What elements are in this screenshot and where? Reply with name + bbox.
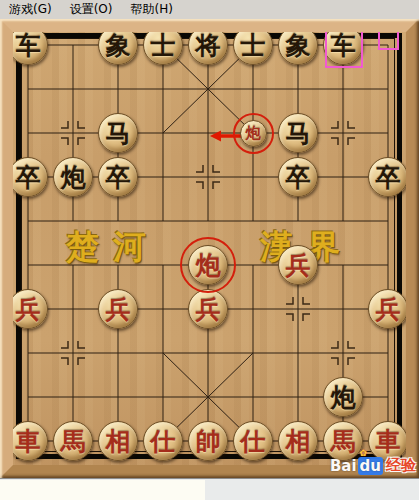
piece-glyph: 帥 (196, 429, 221, 454)
piece-red-仕[interactable]: 仕 (143, 421, 183, 461)
xiangqi-board[interactable]: 楚河 漢界 车象士将士象车马炮马卒炮卒卒卒炮兵兵兵兵兵炮車馬相仕帥仕相馬車 (0, 19, 419, 478)
bottom-strip-left (0, 480, 205, 500)
menu-item-settings[interactable]: 设置(O) (61, 1, 122, 18)
piece-red-帥[interactable]: 帥 (188, 421, 228, 461)
app-window: 游戏(G) 设置(O) 帮助(H) 楚河 漢界 车象士将士象车马炮马卒炮卒卒卒炮… (0, 0, 419, 500)
watermark-baidu-jingyan: Baidu经验 (330, 456, 416, 475)
piece-glyph: 炮 (61, 165, 86, 190)
menu-item-help[interactable]: 帮助(H) (121, 1, 181, 18)
piece-black-炮[interactable]: 炮 (53, 157, 93, 197)
piece-glyph: 将 (196, 33, 221, 58)
piece-glyph: 马 (286, 121, 311, 146)
piece-glyph: 兵 (286, 253, 311, 278)
piece-red-兵[interactable]: 兵 (278, 245, 318, 285)
piece-black-卒[interactable]: 卒 (8, 157, 48, 197)
piece-glyph: 兵 (106, 297, 131, 322)
piece-red-車[interactable]: 車 (8, 421, 48, 461)
piece-glyph: 相 (286, 429, 311, 454)
watermark-bai: Bai (330, 457, 357, 475)
piece-black-卒[interactable]: 卒 (98, 157, 138, 197)
piece-glyph: 卒 (16, 165, 41, 190)
piece-red-炮[interactable]: 炮 (188, 245, 228, 285)
piece-glyph: 仕 (241, 429, 266, 454)
piece-black-车[interactable]: 车 (323, 25, 363, 65)
piece-glyph: 兵 (376, 297, 401, 322)
piece-black-车[interactable]: 车 (8, 25, 48, 65)
piece-red-兵[interactable]: 兵 (8, 289, 48, 329)
piece-glyph: 車 (376, 429, 401, 454)
piece-glyph: 车 (331, 33, 356, 58)
piece-glyph: 車 (16, 429, 41, 454)
piece-black-士[interactable]: 士 (233, 25, 273, 65)
piece-black-象[interactable]: 象 (278, 25, 318, 65)
piece-glyph: 卒 (106, 165, 131, 190)
piece-black-象[interactable]: 象 (98, 25, 138, 65)
piece-glyph: 车 (16, 33, 41, 58)
piece-glyph: 仕 (151, 429, 176, 454)
piece-red-相[interactable]: 相 (98, 421, 138, 461)
piece-glyph: 馬 (61, 429, 86, 454)
piece-red-兵[interactable]: 兵 (98, 289, 138, 329)
piece-red-炮[interactable]: 炮 (240, 120, 267, 147)
bottom-strip (0, 478, 419, 500)
piece-black-卒[interactable]: 卒 (368, 157, 408, 197)
watermark-du: du (358, 457, 383, 475)
piece-black-将[interactable]: 将 (188, 25, 228, 65)
piece-glyph: 象 (286, 33, 311, 58)
piece-red-仕[interactable]: 仕 (233, 421, 273, 461)
piece-glyph: 士 (151, 33, 176, 58)
piece-glyph: 兵 (196, 297, 221, 322)
menubar: 游戏(G) 设置(O) 帮助(H) (0, 0, 419, 20)
piece-glyph: 马 (106, 121, 131, 146)
piece-red-兵[interactable]: 兵 (368, 289, 408, 329)
piece-glyph: 象 (106, 33, 131, 58)
piece-black-马[interactable]: 马 (98, 113, 138, 153)
piece-black-炮[interactable]: 炮 (323, 377, 363, 417)
piece-glyph: 卒 (286, 165, 311, 190)
menu-item-game[interactable]: 游戏(G) (0, 1, 61, 18)
piece-red-相[interactable]: 相 (278, 421, 318, 461)
piece-black-马[interactable]: 马 (278, 113, 318, 153)
piece-glyph: 炮 (196, 253, 221, 278)
river-label-left: 楚河 (66, 225, 160, 270)
piece-red-車[interactable]: 車 (368, 421, 408, 461)
piece-black-士[interactable]: 士 (143, 25, 183, 65)
piece-glyph: 卒 (376, 165, 401, 190)
piece-glyph: 馬 (331, 429, 356, 454)
piece-glyph: 炮 (331, 385, 356, 410)
piece-glyph: 炮 (246, 126, 261, 141)
watermark-suffix: 经验 (386, 456, 416, 475)
piece-glyph: 相 (106, 429, 131, 454)
piece-red-兵[interactable]: 兵 (188, 289, 228, 329)
piece-glyph: 兵 (16, 297, 41, 322)
piece-red-馬[interactable]: 馬 (323, 421, 363, 461)
piece-red-馬[interactable]: 馬 (53, 421, 93, 461)
piece-glyph: 士 (241, 33, 266, 58)
piece-black-卒[interactable]: 卒 (278, 157, 318, 197)
